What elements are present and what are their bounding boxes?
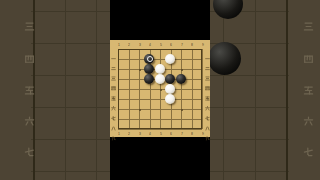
column-label-bottom: 4 [147,132,153,136]
background-row-label [303,85,314,96]
last-move-marker [147,56,153,62]
column-label-top: 6 [168,43,174,47]
video-frame: 112233445566778899 [0,0,320,180]
row-label-left [111,127,116,145]
column-label-top: 7 [179,43,185,47]
stone-white [155,64,165,74]
column-label-bottom: 7 [179,132,185,136]
column-label-top: 5 [158,43,164,47]
background-grid-line [96,0,97,180]
column-label-bottom: 3 [137,132,143,136]
letterbox-top [110,0,210,40]
background-row-label [303,116,314,127]
background-grid-line [286,0,289,180]
stone-black [176,74,186,84]
row-label-right [205,127,210,145]
background-row-label [303,21,314,32]
column-label-top: 2 [126,43,132,47]
stone-white [155,74,165,84]
column-label-bottom: 6 [168,132,174,136]
stone-black [144,64,154,74]
hoshi-point [160,89,162,91]
background-row-label [24,116,35,127]
stone-white [165,94,175,104]
stone-black [144,74,154,84]
background-row-label [303,54,314,65]
background-grid-line [65,0,66,180]
background-stone-black [213,0,243,19]
background-grid-line [223,0,224,180]
hoshi-point [139,69,141,71]
stone-black [165,74,175,84]
background-row-label [24,21,35,32]
letterbox-bottom [110,137,210,180]
board-grid-line [118,129,202,130]
column-label-bottom: 5 [158,132,164,136]
column-label-top: 1 [116,43,122,47]
background-row-label [24,147,35,158]
stone-black [144,54,154,64]
background-row-label [303,147,314,158]
column-label-bottom: 2 [126,132,132,136]
stone-white [165,84,175,94]
column-label-bottom: 1 [116,132,122,136]
hoshi-point [139,109,141,111]
background-grid-line [255,0,256,180]
stone-white [165,54,175,64]
background-row-label [24,54,35,65]
board-grid-line [202,49,203,129]
column-label-top: 4 [147,43,153,47]
background-stone-black [208,42,241,75]
hoshi-point [181,109,183,111]
column-label-top: 3 [137,43,143,47]
background-row-label [24,85,35,96]
hoshi-point [181,69,183,71]
column-label-bottom: 8 [189,132,195,136]
column-label-top: 8 [189,43,195,47]
board: 112233445566778899 [110,40,210,137]
